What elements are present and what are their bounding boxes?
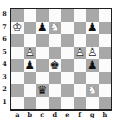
square-e7[interactable]: [61, 22, 74, 35]
square-e4[interactable]: [61, 59, 74, 72]
square-e1[interactable]: [61, 97, 74, 110]
square-e2[interactable]: [61, 84, 74, 97]
square-g1[interactable]: [86, 97, 99, 110]
square-b7[interactable]: [24, 22, 37, 35]
square-d7[interactable]: ♞♘: [49, 22, 62, 35]
piece-black-pawn[interactable]: ♟: [24, 59, 37, 72]
rank-labels: 87654321: [0, 8, 9, 111]
square-b4[interactable]: ♟: [24, 59, 37, 72]
square-h2[interactable]: [99, 84, 112, 97]
square-h1[interactable]: [99, 97, 112, 110]
square-d4[interactable]: ♚: [49, 59, 62, 72]
file-label-d: d: [49, 111, 62, 118]
square-f5[interactable]: ♟♙: [74, 47, 87, 60]
rank-label-8: 8: [0, 8, 9, 21]
rank-label-5: 5: [0, 46, 9, 59]
file-label-g: g: [86, 111, 99, 118]
file-labels: abcdefgh: [11, 111, 111, 118]
chess-board[interactable]: ♚♔♟♞♘♟♟♙♟♙♟♙♟♚♟♛♞♘: [10, 8, 112, 111]
chess-diagram: 87654321 ♚♔♟♞♘♟♟♙♟♙♟♙♟♚♟♛♞♘ abcdefgh: [0, 0, 118, 118]
square-c2[interactable]: ♛: [36, 84, 49, 97]
file-label-h: h: [99, 111, 112, 118]
square-e5[interactable]: [61, 47, 74, 60]
rank-label-3: 3: [0, 71, 9, 84]
square-b8[interactable]: [24, 9, 37, 22]
rank-label-1: 1: [0, 96, 9, 109]
file-label-c: c: [36, 111, 49, 118]
square-g2[interactable]: ♞♘: [86, 84, 99, 97]
square-g4[interactable]: ♟: [86, 59, 99, 72]
square-c7[interactable]: ♟: [36, 22, 49, 35]
square-f1[interactable]: [74, 97, 87, 110]
piece-black-pawn[interactable]: ♟: [86, 22, 99, 35]
rank-label-2: 2: [0, 83, 9, 96]
square-d2[interactable]: [49, 84, 62, 97]
piece-white-knight[interactable]: ♘: [86, 84, 99, 97]
square-a5[interactable]: [11, 47, 24, 60]
rank-label-4: 4: [0, 58, 9, 71]
piece-black-king[interactable]: ♚: [49, 59, 62, 72]
square-h4[interactable]: [99, 59, 112, 72]
piece-black-pawn[interactable]: ♟: [86, 59, 99, 72]
square-g7[interactable]: ♟: [86, 22, 99, 35]
square-d1[interactable]: [49, 97, 62, 110]
square-a3[interactable]: [11, 72, 24, 85]
square-h5[interactable]: [99, 47, 112, 60]
square-d6[interactable]: [49, 34, 62, 47]
square-a4[interactable]: [11, 59, 24, 72]
square-e3[interactable]: [61, 72, 74, 85]
file-label-f: f: [74, 111, 87, 118]
file-label-a: a: [11, 111, 24, 118]
rank-label-7: 7: [0, 21, 9, 34]
square-f4[interactable]: [74, 59, 87, 72]
piece-black-pawn[interactable]: ♟: [36, 22, 49, 35]
square-b3[interactable]: [24, 72, 37, 85]
square-c1[interactable]: [36, 97, 49, 110]
square-h7[interactable]: [99, 22, 112, 35]
square-b2[interactable]: [24, 84, 37, 97]
square-d3[interactable]: [49, 72, 62, 85]
piece-white-knight[interactable]: ♘: [49, 22, 62, 35]
square-h6[interactable]: [99, 34, 112, 47]
square-e8[interactable]: [61, 9, 74, 22]
piece-white-pawn[interactable]: ♙: [74, 47, 87, 60]
rank-label-6: 6: [0, 33, 9, 46]
piece-white-king[interactable]: ♔: [11, 22, 24, 35]
square-e6[interactable]: [61, 34, 74, 47]
square-h8[interactable]: [99, 9, 112, 22]
square-c6[interactable]: [36, 34, 49, 47]
square-h3[interactable]: [99, 72, 112, 85]
square-f7[interactable]: [74, 22, 87, 35]
square-f8[interactable]: [74, 9, 87, 22]
piece-black-queen[interactable]: ♛: [36, 84, 49, 97]
file-label-b: b: [24, 111, 37, 118]
square-a1[interactable]: [11, 97, 24, 110]
square-a7[interactable]: ♚♔: [11, 22, 24, 35]
square-c5[interactable]: [36, 47, 49, 60]
square-a6[interactable]: [11, 34, 24, 47]
square-f3[interactable]: [74, 72, 87, 85]
square-c4[interactable]: [36, 59, 49, 72]
file-label-e: e: [61, 111, 74, 118]
square-b1[interactable]: [24, 97, 37, 110]
square-a2[interactable]: [11, 84, 24, 97]
square-f2[interactable]: [74, 84, 87, 97]
